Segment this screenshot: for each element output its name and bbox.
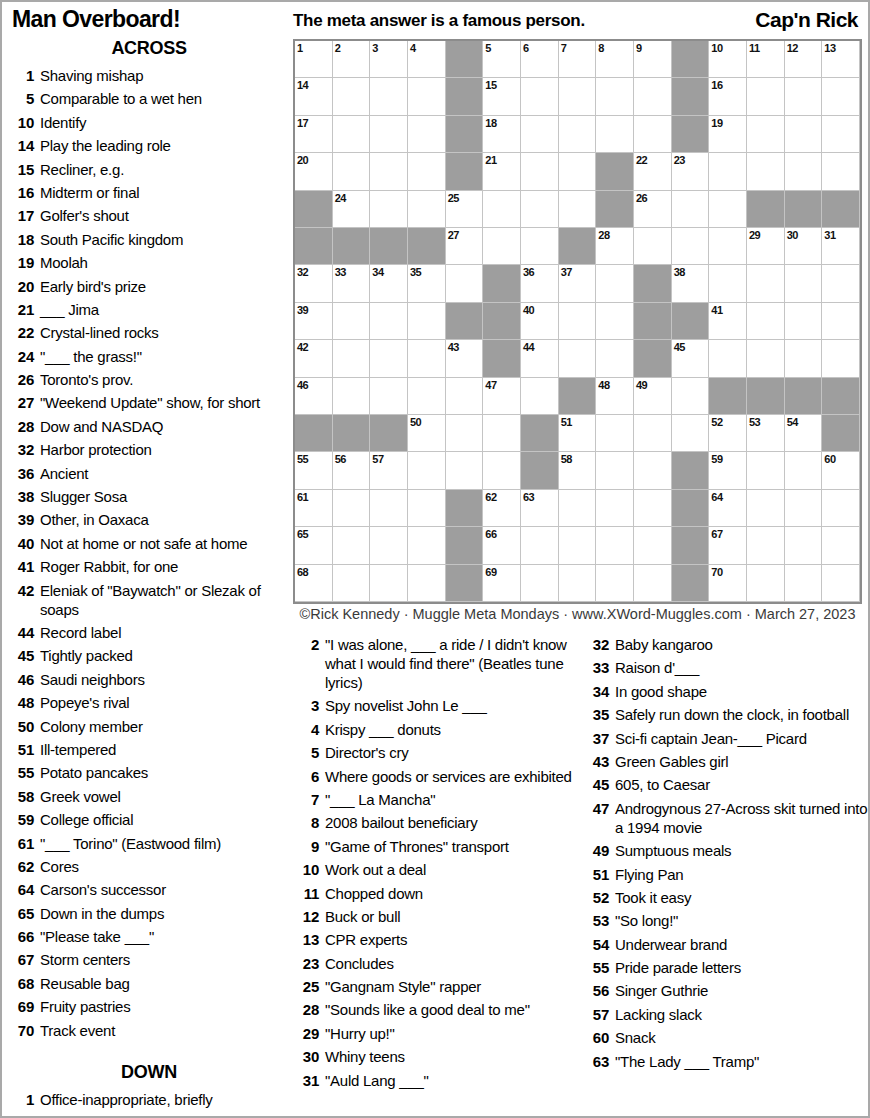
grid-cell[interactable] [370, 527, 408, 564]
grid-cell[interactable] [333, 527, 371, 564]
grid-cell[interactable] [596, 340, 634, 377]
clue-text: "Auld Lang ___" [325, 1071, 580, 1090]
grid-cell[interactable] [709, 340, 747, 377]
grid-cell[interactable]: 46 [295, 378, 333, 415]
grid-cell[interactable]: 19 [709, 116, 747, 153]
grid-block-cell [521, 452, 559, 489]
grid-block-cell [559, 378, 597, 415]
grid-cell[interactable] [822, 116, 860, 153]
grid-cell[interactable] [521, 153, 559, 190]
grid-cell[interactable] [785, 153, 823, 190]
grid-cell[interactable] [785, 78, 823, 115]
cell-number: 37 [561, 267, 572, 278]
grid-cell[interactable] [521, 228, 559, 265]
cell-number: 31 [824, 230, 835, 241]
clue-text: Sci-fi captain Jean-___ Picard [615, 729, 870, 748]
grid-cell[interactable] [634, 415, 672, 452]
grid-cell[interactable] [408, 527, 446, 564]
clue-item: 43Green Gables girl [583, 752, 870, 771]
grid-cell[interactable] [709, 153, 747, 190]
grid-cell[interactable] [333, 490, 371, 527]
grid-cell[interactable]: 20 [295, 153, 333, 190]
clue-item: 47Androgynous 27-Across skit turned into… [583, 799, 870, 837]
grid-cell[interactable] [822, 565, 860, 602]
grid-cell[interactable]: 48 [596, 378, 634, 415]
clue-number: 20 [8, 277, 40, 296]
grid-cell[interactable] [408, 378, 446, 415]
clue-text: Storm centers [40, 950, 290, 969]
grid-cell[interactable] [333, 116, 371, 153]
clue-text: South Pacific kingdom [40, 230, 290, 249]
grid-block-cell [672, 78, 710, 115]
grid-cell[interactable]: 37 [559, 265, 597, 302]
grid-cell[interactable]: 31 [822, 228, 860, 265]
clue-item: 38Slugger Sosa [8, 487, 290, 506]
clue-number: 60 [583, 1028, 615, 1047]
grid-cell[interactable] [408, 78, 446, 115]
cell-number: 66 [485, 529, 496, 540]
grid-cell[interactable]: 64 [709, 490, 747, 527]
grid-cell[interactable]: 63 [521, 490, 559, 527]
grid-cell[interactable]: 8 [596, 41, 634, 78]
grid-cell[interactable] [559, 527, 597, 564]
grid-cell[interactable] [634, 565, 672, 602]
clue-text: Safely run down the clock, in football [615, 705, 870, 724]
grid-cell[interactable] [672, 191, 710, 228]
grid-cell[interactable] [822, 527, 860, 564]
cell-number: 47 [485, 380, 496, 391]
grid-cell[interactable]: 13 [822, 41, 860, 78]
clue-number: 32 [8, 440, 40, 459]
grid-block-cell [446, 41, 484, 78]
grid-block-cell [634, 303, 672, 340]
cell-number: 25 [448, 193, 459, 204]
grid-cell[interactable] [408, 565, 446, 602]
clue-item: 59College official [8, 810, 290, 829]
grid-cell[interactable]: 2 [333, 41, 371, 78]
clue-text: Underwear brand [615, 935, 870, 954]
cell-number: 64 [711, 492, 722, 503]
grid-cell[interactable]: 70 [709, 565, 747, 602]
clue-number: 18 [8, 230, 40, 249]
clue-item: 28Dow and NASDAQ [8, 417, 290, 436]
clue-number: 50 [8, 717, 40, 736]
grid-cell[interactable] [559, 565, 597, 602]
grid-cell[interactable] [521, 378, 559, 415]
grid-cell[interactable] [333, 78, 371, 115]
grid-cell[interactable] [596, 415, 634, 452]
grid-cell[interactable] [521, 565, 559, 602]
grid-cell[interactable]: 21 [483, 153, 521, 190]
grid-cell[interactable]: 22 [634, 153, 672, 190]
clue-item: 1Office-inappropriate, briefly [8, 1090, 290, 1109]
grid-cell[interactable]: 6 [521, 41, 559, 78]
grid-cell[interactable] [408, 303, 446, 340]
grid-cell[interactable] [747, 565, 785, 602]
grid-cell[interactable]: 25 [446, 191, 484, 228]
clue-number: 37 [583, 729, 615, 748]
copyright-line: ©Rick Kennedy · Muggle Meta Mondays · ww… [293, 606, 862, 622]
clue-number: 44 [8, 623, 40, 642]
clue-text: Green Gables girl [615, 752, 870, 771]
grid-block-cell [483, 265, 521, 302]
grid-cell[interactable]: 32 [295, 265, 333, 302]
grid-cell[interactable] [822, 265, 860, 302]
cell-number: 1 [297, 43, 303, 54]
cell-number: 21 [485, 155, 496, 166]
grid-cell[interactable]: 43 [446, 340, 484, 377]
grid-cell[interactable] [747, 78, 785, 115]
grid-cell[interactable]: 40 [521, 303, 559, 340]
grid-block-cell [672, 490, 710, 527]
grid-cell[interactable] [822, 78, 860, 115]
grid-cell[interactable]: 51 [559, 415, 597, 452]
clue-text: Director's cry [325, 743, 580, 762]
cell-number: 40 [523, 305, 534, 316]
grid-cell[interactable]: 66 [483, 527, 521, 564]
grid-cell[interactable] [370, 153, 408, 190]
grid-cell[interactable] [370, 191, 408, 228]
grid-cell[interactable] [747, 153, 785, 190]
grid-cell[interactable] [333, 340, 371, 377]
grid-cell[interactable]: 55 [295, 452, 333, 489]
cell-number: 20 [297, 155, 308, 166]
cell-number: 67 [711, 529, 722, 540]
clue-number: 12 [293, 907, 325, 926]
grid-cell[interactable]: 33 [333, 265, 371, 302]
grid-cell[interactable] [521, 191, 559, 228]
grid-cell[interactable] [370, 116, 408, 153]
grid-cell[interactable] [785, 340, 823, 377]
clue-text: "Weekend Update" show, for short [40, 393, 290, 412]
grid-cell[interactable] [785, 265, 823, 302]
grid-cell[interactable] [785, 490, 823, 527]
grid-cell[interactable] [333, 565, 371, 602]
clue-text: Cores [40, 857, 290, 876]
grid-cell[interactable] [672, 378, 710, 415]
clue-number: 17 [8, 206, 40, 225]
grid-cell[interactable] [333, 303, 371, 340]
grid-cell[interactable] [747, 527, 785, 564]
cell-number: 69 [485, 567, 496, 578]
grid-cell[interactable] [709, 191, 747, 228]
grid-cell[interactable] [634, 490, 672, 527]
grid-cell[interactable] [559, 490, 597, 527]
cell-number: 61 [297, 492, 308, 503]
grid-cell[interactable]: 53 [747, 415, 785, 452]
grid-cell[interactable] [634, 452, 672, 489]
grid-cell[interactable]: 12 [785, 41, 823, 78]
clue-item: 12Buck or bull [293, 907, 580, 926]
clue-text: Sumptuous meals [615, 841, 870, 860]
grid-cell[interactable]: 44 [521, 340, 559, 377]
clue-item: 5Comparable to a wet hen [8, 89, 290, 108]
grid-cell[interactable] [596, 565, 634, 602]
clue-item: 21___ Jima [8, 300, 290, 319]
grid-cell[interactable] [370, 340, 408, 377]
grid-cell[interactable] [596, 452, 634, 489]
grid-cell[interactable] [596, 78, 634, 115]
grid-cell[interactable]: 47 [483, 378, 521, 415]
cell-number: 4 [410, 43, 416, 54]
grid-cell[interactable] [446, 452, 484, 489]
grid-block-cell [822, 378, 860, 415]
grid-cell[interactable] [747, 340, 785, 377]
grid-cell[interactable]: 41 [709, 303, 747, 340]
clue-item: 6Where goods or services are exhibited [293, 767, 580, 786]
grid-cell[interactable] [483, 415, 521, 452]
grid-cell[interactable] [634, 228, 672, 265]
grid-cell[interactable] [559, 153, 597, 190]
grid-cell[interactable]: 9 [634, 41, 672, 78]
clue-number: 45 [583, 775, 615, 794]
grid-cell[interactable]: 29 [747, 228, 785, 265]
grid-cell[interactable] [709, 228, 747, 265]
grid-cell[interactable] [822, 153, 860, 190]
grid-cell[interactable]: 15 [483, 78, 521, 115]
grid-cell[interactable] [559, 191, 597, 228]
grid-cell[interactable] [446, 265, 484, 302]
grid-cell[interactable] [747, 452, 785, 489]
cell-number: 32 [297, 267, 308, 278]
grid-cell[interactable] [634, 527, 672, 564]
grid-cell[interactable]: 56 [333, 452, 371, 489]
clue-item: 24"___ the grass!" [8, 347, 290, 366]
grid-cell[interactable]: 7 [559, 41, 597, 78]
grid-cell[interactable] [333, 378, 371, 415]
clue-number: 40 [8, 534, 40, 553]
clue-text: "Hurry up!" [325, 1024, 580, 1043]
clue-number: 33 [583, 658, 615, 677]
clue-item: 53"So long!" [583, 911, 870, 930]
grid-cell[interactable] [672, 415, 710, 452]
grid-cell[interactable] [408, 153, 446, 190]
clue-item: 3Spy novelist John Le ___ [293, 696, 580, 715]
grid-cell[interactable]: 57 [370, 452, 408, 489]
grid-block-cell [446, 565, 484, 602]
grid-block-cell [559, 228, 597, 265]
grid-cell[interactable] [596, 265, 634, 302]
cell-number: 34 [372, 267, 383, 278]
clue-number: 57 [583, 1005, 615, 1024]
grid-cell[interactable]: 3 [370, 41, 408, 78]
across-header: ACROSS [8, 38, 290, 59]
grid-cell[interactable] [822, 340, 860, 377]
clue-number: 5 [293, 743, 325, 762]
grid-block-cell [747, 191, 785, 228]
grid-cell[interactable] [634, 78, 672, 115]
clue-item: 41Roger Rabbit, for one [8, 557, 290, 576]
clue-number: 15 [8, 160, 40, 179]
clue-number: 3 [293, 696, 325, 715]
cell-number: 7 [561, 43, 567, 54]
grid-cell[interactable]: 60 [822, 452, 860, 489]
cell-number: 10 [711, 43, 722, 54]
grid-cell[interactable] [408, 452, 446, 489]
clue-number: 51 [8, 740, 40, 759]
clue-item: 45Tightly packed [8, 646, 290, 665]
cell-number: 62 [485, 492, 496, 503]
grid-cell[interactable]: 61 [295, 490, 333, 527]
grid-cell[interactable] [822, 303, 860, 340]
clue-number: 35 [583, 705, 615, 724]
grid-cell[interactable]: 18 [483, 116, 521, 153]
grid-cell[interactable]: 28 [596, 228, 634, 265]
grid-cell[interactable]: 5 [483, 41, 521, 78]
clue-item: 5Director's cry [293, 743, 580, 762]
grid-cell[interactable] [559, 340, 597, 377]
grid-cell[interactable]: 62 [483, 490, 521, 527]
clue-item: 36Ancient [8, 464, 290, 483]
grid-block-cell [785, 191, 823, 228]
clue-text: Chopped down [325, 884, 580, 903]
grid-cell[interactable] [785, 303, 823, 340]
grid-cell[interactable] [408, 116, 446, 153]
grid-cell[interactable] [521, 527, 559, 564]
grid-cell[interactable]: 4 [408, 41, 446, 78]
grid-cell[interactable] [596, 303, 634, 340]
grid-cell[interactable]: 42 [295, 340, 333, 377]
grid-cell[interactable]: 14 [295, 78, 333, 115]
clue-item: 7"___ La Mancha" [293, 790, 580, 809]
grid-cell[interactable]: 67 [709, 527, 747, 564]
cell-number: 53 [749, 417, 760, 428]
cell-number: 13 [824, 43, 835, 54]
grid-cell[interactable] [446, 378, 484, 415]
grid-cell[interactable] [785, 565, 823, 602]
grid-cell[interactable] [747, 116, 785, 153]
grid-cell[interactable] [370, 78, 408, 115]
clue-text: Whiny teens [325, 1047, 580, 1066]
down-header: DOWN [8, 1062, 290, 1083]
grid-cell[interactable]: 52 [709, 415, 747, 452]
grid-cell[interactable] [370, 565, 408, 602]
clue-number: 8 [293, 813, 325, 832]
grid-cell[interactable]: 59 [709, 452, 747, 489]
grid-cell[interactable] [483, 191, 521, 228]
clue-item: 29"Hurry up!" [293, 1024, 580, 1043]
grid-cell[interactable]: 11 [747, 41, 785, 78]
clue-item: 68Reusable bag [8, 974, 290, 993]
grid-cell[interactable]: 23 [672, 153, 710, 190]
grid-cell[interactable]: 16 [709, 78, 747, 115]
clue-item: 64Carson's successor [8, 880, 290, 899]
grid-cell[interactable] [822, 490, 860, 527]
grid-cell[interactable] [747, 265, 785, 302]
grid-cell[interactable] [370, 490, 408, 527]
clue-text: "Gangnam Style" rapper [325, 977, 580, 996]
clue-item: 70Track event [8, 1021, 290, 1040]
grid-cell[interactable]: 39 [295, 303, 333, 340]
grid-cell[interactable]: 58 [559, 452, 597, 489]
grid-cell[interactable]: 50 [408, 415, 446, 452]
clue-text: Ill-tempered [40, 740, 290, 759]
clue-number: 43 [583, 752, 615, 771]
grid-cell[interactable]: 36 [521, 265, 559, 302]
cell-number: 50 [410, 417, 421, 428]
grid-cell[interactable] [559, 303, 597, 340]
grid-cell[interactable]: 27 [446, 228, 484, 265]
grid-cell[interactable] [672, 228, 710, 265]
grid-cell[interactable]: 38 [672, 265, 710, 302]
grid-cell[interactable]: 17 [295, 116, 333, 153]
clue-number: 47 [583, 799, 615, 837]
clue-text: "I was alone, ___ a ride / I didn't know… [325, 635, 580, 692]
clue-text: Comparable to a wet hen [40, 89, 290, 108]
grid-cell[interactable]: 34 [370, 265, 408, 302]
grid-cell[interactable] [596, 527, 634, 564]
grid-block-cell [295, 228, 333, 265]
grid-cell[interactable] [785, 452, 823, 489]
grid-cell[interactable] [747, 490, 785, 527]
grid-cell[interactable] [596, 116, 634, 153]
grid-cell[interactable] [559, 116, 597, 153]
grid-cell[interactable] [521, 78, 559, 115]
grid-cell[interactable] [483, 228, 521, 265]
clue-text: Identify [40, 113, 290, 132]
clue-number: 34 [583, 682, 615, 701]
grid-cell[interactable] [709, 265, 747, 302]
grid-cell[interactable] [596, 490, 634, 527]
clue-number: 10 [293, 860, 325, 879]
grid-cell[interactable] [521, 116, 559, 153]
cell-number: 5 [485, 43, 491, 54]
grid-cell[interactable] [785, 116, 823, 153]
cell-number: 45 [674, 342, 685, 353]
grid-cell[interactable] [446, 415, 484, 452]
cell-number: 33 [335, 267, 346, 278]
cell-number: 26 [636, 193, 647, 204]
grid-cell[interactable] [370, 303, 408, 340]
grid-cell[interactable] [408, 340, 446, 377]
grid-cell[interactable]: 30 [785, 228, 823, 265]
grid-cell[interactable] [634, 116, 672, 153]
clue-text: Office-inappropriate, briefly [40, 1090, 290, 1109]
clue-text: Early bird's prize [40, 277, 290, 296]
grid-cell[interactable] [785, 527, 823, 564]
grid-cell[interactable]: 35 [408, 265, 446, 302]
grid-cell[interactable] [747, 303, 785, 340]
grid-cell[interactable]: 65 [295, 527, 333, 564]
clue-number: 56 [583, 981, 615, 1000]
grid-block-cell [521, 415, 559, 452]
grid-cell[interactable]: 49 [634, 378, 672, 415]
grid-cell[interactable]: 69 [483, 565, 521, 602]
cell-number: 35 [410, 267, 421, 278]
grid-cell[interactable]: 24 [333, 191, 371, 228]
grid-cell[interactable]: 68 [295, 565, 333, 602]
clue-text: Concludes [325, 954, 580, 973]
grid-cell[interactable] [408, 490, 446, 527]
grid-cell[interactable]: 1 [295, 41, 333, 78]
grid-cell[interactable]: 26 [634, 191, 672, 228]
grid-cell[interactable]: 54 [785, 415, 823, 452]
clue-item: 51Ill-tempered [8, 740, 290, 759]
grid-block-cell [672, 452, 710, 489]
cell-number: 39 [297, 305, 308, 316]
grid-cell[interactable] [483, 452, 521, 489]
clue-item: 27"Weekend Update" show, for short [8, 393, 290, 412]
grid-cell[interactable] [370, 378, 408, 415]
grid-cell[interactable]: 45 [672, 340, 710, 377]
grid-cell[interactable] [333, 153, 371, 190]
grid-cell[interactable] [559, 78, 597, 115]
grid-cell[interactable]: 10 [709, 41, 747, 78]
grid-block-cell [333, 415, 371, 452]
clue-item: 2"I was alone, ___ a ride / I didn't kno… [293, 635, 580, 692]
grid-cell[interactable] [408, 191, 446, 228]
grid-block-cell [634, 265, 672, 302]
